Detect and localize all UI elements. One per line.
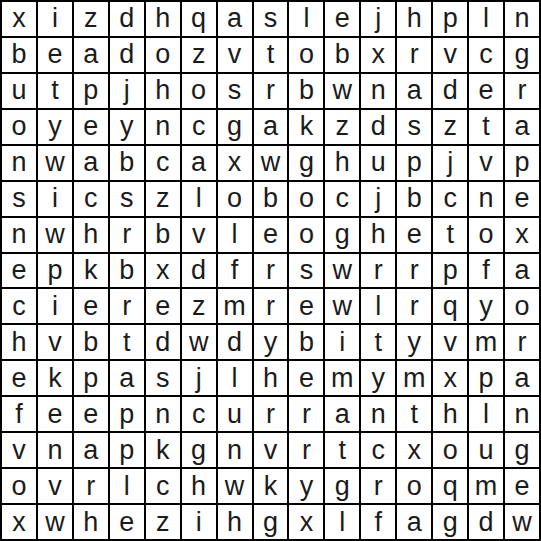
cell-r14-c9[interactable]: y	[288, 468, 324, 504]
cell-r13-c12[interactable]: x	[396, 432, 432, 468]
cell-r10-c4[interactable]: t	[109, 324, 145, 360]
cell-r9-c10[interactable]: w	[324, 288, 360, 324]
cell-r3-c2[interactable]: t	[37, 73, 73, 109]
cell-r1-c1[interactable]: x	[1, 1, 37, 37]
cell-r4-c1[interactable]: o	[1, 109, 37, 145]
cell-r9-c8[interactable]: r	[253, 288, 289, 324]
cell-r11-c4[interactable]: a	[109, 360, 145, 396]
cell-r4-c12[interactable]: s	[396, 109, 432, 145]
cell-r13-c15[interactable]: g	[504, 432, 540, 468]
cell-r7-c14[interactable]: o	[468, 217, 504, 253]
cell-r4-c8[interactable]: a	[253, 109, 289, 145]
cell-r1-c14[interactable]: l	[468, 1, 504, 37]
cell-r12-c9[interactable]: r	[288, 396, 324, 432]
cell-r6-c13[interactable]: c	[432, 181, 468, 217]
cell-r10-c1[interactable]: h	[1, 324, 37, 360]
cell-r2-c3[interactable]: a	[73, 37, 109, 73]
cell-r13-c4[interactable]: p	[109, 432, 145, 468]
cell-r13-c11[interactable]: c	[360, 432, 396, 468]
cell-r9-c4[interactable]: r	[109, 288, 145, 324]
cell-r11-c9[interactable]: e	[288, 360, 324, 396]
cell-r12-c6[interactable]: c	[181, 396, 217, 432]
cell-r4-c11[interactable]: d	[360, 109, 396, 145]
cell-r15-c1[interactable]: x	[1, 504, 37, 540]
cell-r14-c2[interactable]: v	[37, 468, 73, 504]
cell-r15-c11[interactable]: f	[360, 504, 396, 540]
cell-r8-c14[interactable]: f	[468, 253, 504, 289]
cell-r15-c8[interactable]: g	[253, 504, 289, 540]
cell-r11-c7[interactable]: l	[217, 360, 253, 396]
cell-r15-c2[interactable]: w	[37, 504, 73, 540]
cell-r7-c12[interactable]: e	[396, 217, 432, 253]
cell-r11-c8[interactable]: h	[253, 360, 289, 396]
cell-r5-c3[interactable]: a	[73, 145, 109, 181]
cell-r8-c6[interactable]: d	[181, 253, 217, 289]
cell-r7-c10[interactable]: g	[324, 217, 360, 253]
cell-r2-c8[interactable]: t	[253, 37, 289, 73]
cell-r3-c1[interactable]: u	[1, 73, 37, 109]
cell-r14-c8[interactable]: k	[253, 468, 289, 504]
cell-r13-c7[interactable]: n	[217, 432, 253, 468]
cell-r13-c6[interactable]: g	[181, 432, 217, 468]
cell-r3-c14[interactable]: e	[468, 73, 504, 109]
cell-r1-c6[interactable]: q	[181, 1, 217, 37]
cell-r1-c15[interactable]: n	[504, 1, 540, 37]
cell-r10-c5[interactable]: d	[145, 324, 181, 360]
cell-r12-c8[interactable]: r	[253, 396, 289, 432]
cell-r6-c8[interactable]: b	[253, 181, 289, 217]
cell-r5-c5[interactable]: c	[145, 145, 181, 181]
cell-r6-c11[interactable]: j	[360, 181, 396, 217]
cell-r8-c11[interactable]: r	[360, 253, 396, 289]
cell-r4-c2[interactable]: y	[37, 109, 73, 145]
cell-r12-c14[interactable]: l	[468, 396, 504, 432]
cell-r8-c13[interactable]: p	[432, 253, 468, 289]
cell-r13-c9[interactable]: r	[288, 432, 324, 468]
cell-r9-c2[interactable]: i	[37, 288, 73, 324]
cell-r9-c6[interactable]: z	[181, 288, 217, 324]
cell-r14-c15[interactable]: e	[504, 468, 540, 504]
cell-r15-c3[interactable]: h	[73, 504, 109, 540]
cell-r8-c2[interactable]: p	[37, 253, 73, 289]
cell-r13-c1[interactable]: v	[1, 432, 37, 468]
cell-r4-c13[interactable]: z	[432, 109, 468, 145]
cell-r12-c7[interactable]: u	[217, 396, 253, 432]
cell-r12-c1[interactable]: f	[1, 396, 37, 432]
cell-r13-c3[interactable]: a	[73, 432, 109, 468]
cell-r2-c6[interactable]: z	[181, 37, 217, 73]
cell-r5-c9[interactable]: g	[288, 145, 324, 181]
cell-r2-c15[interactable]: g	[504, 37, 540, 73]
cell-r3-c5[interactable]: h	[145, 73, 181, 109]
cell-r12-c13[interactable]: h	[432, 396, 468, 432]
cell-r2-c9[interactable]: o	[288, 37, 324, 73]
cell-r5-c13[interactable]: j	[432, 145, 468, 181]
cell-r8-c4[interactable]: b	[109, 253, 145, 289]
cell-r3-c8[interactable]: r	[253, 73, 289, 109]
cell-r12-c3[interactable]: e	[73, 396, 109, 432]
cell-r2-c11[interactable]: x	[360, 37, 396, 73]
cell-r2-c2[interactable]: e	[37, 37, 73, 73]
cell-r6-c15[interactable]: e	[504, 181, 540, 217]
cell-r8-c8[interactable]: r	[253, 253, 289, 289]
cell-r5-c12[interactable]: p	[396, 145, 432, 181]
cell-r5-c10[interactable]: h	[324, 145, 360, 181]
cell-r8-c1[interactable]: e	[1, 253, 37, 289]
cell-r15-c7[interactable]: h	[217, 504, 253, 540]
cell-r1-c3[interactable]: z	[73, 1, 109, 37]
cell-r5-c4[interactable]: b	[109, 145, 145, 181]
cell-r2-c1[interactable]: b	[1, 37, 37, 73]
cell-r11-c15[interactable]: a	[504, 360, 540, 396]
cell-r11-c3[interactable]: p	[73, 360, 109, 396]
cell-r6-c4[interactable]: s	[109, 181, 145, 217]
cell-r1-c4[interactable]: d	[109, 1, 145, 37]
cell-r7-c13[interactable]: t	[432, 217, 468, 253]
cell-r9-c15[interactable]: o	[504, 288, 540, 324]
cell-r1-c11[interactable]: j	[360, 1, 396, 37]
cell-r5-c1[interactable]: n	[1, 145, 37, 181]
cell-r6-c6[interactable]: l	[181, 181, 217, 217]
cell-r14-c6[interactable]: h	[181, 468, 217, 504]
cell-r14-c13[interactable]: q	[432, 468, 468, 504]
cell-r13-c13[interactable]: o	[432, 432, 468, 468]
cell-r4-c15[interactable]: a	[504, 109, 540, 145]
cell-r8-c5[interactable]: x	[145, 253, 181, 289]
cell-r6-c1[interactable]: s	[1, 181, 37, 217]
cell-r2-c12[interactable]: r	[396, 37, 432, 73]
cell-r9-c13[interactable]: q	[432, 288, 468, 324]
cell-r11-c11[interactable]: y	[360, 360, 396, 396]
cell-r1-c10[interactable]: e	[324, 1, 360, 37]
cell-r11-c13[interactable]: x	[432, 360, 468, 396]
cell-r6-c10[interactable]: c	[324, 181, 360, 217]
cell-r9-c7[interactable]: m	[217, 288, 253, 324]
cell-r6-c5[interactable]: z	[145, 181, 181, 217]
cell-r7-c15[interactable]: x	[504, 217, 540, 253]
cell-r9-c5[interactable]: e	[145, 288, 181, 324]
cell-r8-c7[interactable]: f	[217, 253, 253, 289]
cell-r15-c9[interactable]: x	[288, 504, 324, 540]
cell-r12-c15[interactable]: n	[504, 396, 540, 432]
cell-r11-c6[interactable]: j	[181, 360, 217, 396]
cell-r6-c7[interactable]: o	[217, 181, 253, 217]
cell-r2-c10[interactable]: b	[324, 37, 360, 73]
cell-r8-c10[interactable]: w	[324, 253, 360, 289]
cell-r10-c12[interactable]: y	[396, 324, 432, 360]
cell-r15-c10[interactable]: l	[324, 504, 360, 540]
cell-r4-c5[interactable]: n	[145, 109, 181, 145]
cell-r11-c10[interactable]: m	[324, 360, 360, 396]
cell-r8-c3[interactable]: k	[73, 253, 109, 289]
cell-r5-c14[interactable]: v	[468, 145, 504, 181]
cell-r15-c13[interactable]: g	[432, 504, 468, 540]
cell-r4-c3[interactable]: e	[73, 109, 109, 145]
cell-r7-c4[interactable]: r	[109, 217, 145, 253]
cell-r12-c4[interactable]: p	[109, 396, 145, 432]
cell-r1-c5[interactable]: h	[145, 1, 181, 37]
cell-r14-c7[interactable]: w	[217, 468, 253, 504]
cell-r15-c12[interactable]: a	[396, 504, 432, 540]
cell-r9-c1[interactable]: c	[1, 288, 37, 324]
cell-r14-c1[interactable]: o	[1, 468, 37, 504]
cell-r14-c5[interactable]: c	[145, 468, 181, 504]
cell-r13-c10[interactable]: t	[324, 432, 360, 468]
cell-r13-c2[interactable]: n	[37, 432, 73, 468]
cell-r14-c14[interactable]: m	[468, 468, 504, 504]
cell-r2-c4[interactable]: d	[109, 37, 145, 73]
cell-r12-c2[interactable]: e	[37, 396, 73, 432]
cell-r4-c4[interactable]: y	[109, 109, 145, 145]
cell-r7-c9[interactable]: o	[288, 217, 324, 253]
cell-r10-c14[interactable]: m	[468, 324, 504, 360]
cell-r10-c2[interactable]: v	[37, 324, 73, 360]
cell-r4-c10[interactable]: z	[324, 109, 360, 145]
cell-r5-c15[interactable]: p	[504, 145, 540, 181]
cell-r5-c6[interactable]: a	[181, 145, 217, 181]
word-search-grid: xizdhqaslejhplnbeadozvtobxrvcgutpjhosrbw…	[0, 0, 541, 541]
cell-r11-c14[interactable]: p	[468, 360, 504, 396]
cell-r15-c15[interactable]: w	[504, 504, 540, 540]
cell-r7-c3[interactable]: h	[73, 217, 109, 253]
cell-r2-c5[interactable]: o	[145, 37, 181, 73]
cell-r6-c14[interactable]: n	[468, 181, 504, 217]
cell-r7-c8[interactable]: e	[253, 217, 289, 253]
cell-r5-c8[interactable]: w	[253, 145, 289, 181]
cell-r11-c1[interactable]: e	[1, 360, 37, 396]
cell-r10-c10[interactable]: i	[324, 324, 360, 360]
cell-r12-c10[interactable]: a	[324, 396, 360, 432]
cell-r3-c7[interactable]: s	[217, 73, 253, 109]
cell-r15-c4[interactable]: e	[109, 504, 145, 540]
cell-r3-c13[interactable]: d	[432, 73, 468, 109]
cell-r6-c12[interactable]: b	[396, 181, 432, 217]
cell-r14-c11[interactable]: r	[360, 468, 396, 504]
cell-r8-c15[interactable]: a	[504, 253, 540, 289]
cell-r11-c2[interactable]: k	[37, 360, 73, 396]
cell-r10-c8[interactable]: y	[253, 324, 289, 360]
cell-r2-c7[interactable]: v	[217, 37, 253, 73]
cell-r3-c4[interactable]: j	[109, 73, 145, 109]
cell-r8-c12[interactable]: r	[396, 253, 432, 289]
cell-r6-c9[interactable]: o	[288, 181, 324, 217]
cell-r1-c9[interactable]: l	[288, 1, 324, 37]
cell-r9-c3[interactable]: e	[73, 288, 109, 324]
cell-r2-c13[interactable]: v	[432, 37, 468, 73]
cell-r7-c6[interactable]: v	[181, 217, 217, 253]
cell-r10-c13[interactable]: v	[432, 324, 468, 360]
cell-r3-c12[interactable]: a	[396, 73, 432, 109]
cell-r3-c9[interactable]: b	[288, 73, 324, 109]
cell-r4-c6[interactable]: c	[181, 109, 217, 145]
cell-r14-c12[interactable]: o	[396, 468, 432, 504]
cell-r7-c2[interactable]: w	[37, 217, 73, 253]
cell-r15-c5[interactable]: z	[145, 504, 181, 540]
cell-r14-c3[interactable]: r	[73, 468, 109, 504]
cell-r13-c5[interactable]: k	[145, 432, 181, 468]
cell-r3-c10[interactable]: w	[324, 73, 360, 109]
cell-r4-c9[interactable]: k	[288, 109, 324, 145]
cell-r7-c5[interactable]: b	[145, 217, 181, 253]
cell-r1-c7[interactable]: a	[217, 1, 253, 37]
cell-r12-c12[interactable]: t	[396, 396, 432, 432]
cell-r10-c9[interactable]: b	[288, 324, 324, 360]
cell-r12-c5[interactable]: n	[145, 396, 181, 432]
cell-r15-c6[interactable]: i	[181, 504, 217, 540]
cell-r12-c11[interactable]: n	[360, 396, 396, 432]
cell-r13-c8[interactable]: v	[253, 432, 289, 468]
cell-r9-c12[interactable]: r	[396, 288, 432, 324]
cell-r15-c14[interactable]: d	[468, 504, 504, 540]
cell-r5-c7[interactable]: x	[217, 145, 253, 181]
cell-r3-c11[interactable]: n	[360, 73, 396, 109]
cell-r11-c12[interactable]: m	[396, 360, 432, 396]
cell-r9-c9[interactable]: e	[288, 288, 324, 324]
cell-r10-c3[interactable]: b	[73, 324, 109, 360]
cell-r9-c11[interactable]: l	[360, 288, 396, 324]
cell-r7-c11[interactable]: h	[360, 217, 396, 253]
cell-r6-c2[interactable]: i	[37, 181, 73, 217]
cell-r10-c7[interactable]: d	[217, 324, 253, 360]
cell-r6-c3[interactable]: c	[73, 181, 109, 217]
cell-r5-c2[interactable]: w	[37, 145, 73, 181]
cell-r3-c15[interactable]: r	[504, 73, 540, 109]
cell-r10-c6[interactable]: w	[181, 324, 217, 360]
cell-r9-c14[interactable]: y	[468, 288, 504, 324]
cell-r8-c9[interactable]: s	[288, 253, 324, 289]
cell-r3-c6[interactable]: o	[181, 73, 217, 109]
cell-r7-c7[interactable]: l	[217, 217, 253, 253]
cell-r3-c3[interactable]: p	[73, 73, 109, 109]
cell-r5-c11[interactable]: u	[360, 145, 396, 181]
cell-r4-c7[interactable]: g	[217, 109, 253, 145]
cell-r14-c4[interactable]: l	[109, 468, 145, 504]
cell-r7-c1[interactable]: n	[1, 217, 37, 253]
cell-r10-c15[interactable]: r	[504, 324, 540, 360]
cell-r13-c14[interactable]: u	[468, 432, 504, 468]
cell-r1-c8[interactable]: s	[253, 1, 289, 37]
cell-r10-c11[interactable]: t	[360, 324, 396, 360]
cell-r2-c14[interactable]: c	[468, 37, 504, 73]
cell-r1-c2[interactable]: i	[37, 1, 73, 37]
cell-r1-c12[interactable]: h	[396, 1, 432, 37]
cell-r14-c10[interactable]: g	[324, 468, 360, 504]
cell-r1-c13[interactable]: p	[432, 1, 468, 37]
cell-r4-c14[interactable]: t	[468, 109, 504, 145]
cell-r11-c5[interactable]: s	[145, 360, 181, 396]
